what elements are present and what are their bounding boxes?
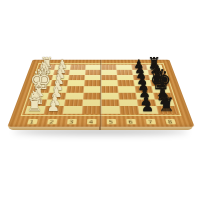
square — [118, 99, 137, 106]
board-3d-wrapper: 12345678 — [7, 60, 194, 127]
square — [101, 106, 120, 114]
square — [136, 99, 156, 106]
square — [24, 106, 45, 114]
square — [137, 106, 157, 114]
rank-label: 4 — [86, 119, 95, 124]
chess-board-frame: 12345678 — [7, 60, 194, 127]
square — [64, 99, 83, 106]
rank-label: 7 — [145, 119, 155, 124]
square — [101, 99, 119, 106]
chess-set-photo: 12345678 ♜♟♟♜♞♟♟♞♝♟♟♝♛♟♟♛♚♟♟♚♝♟♟♝♞♟♟♞♜♟♟… — [0, 0, 201, 201]
square — [118, 93, 136, 100]
square — [156, 106, 177, 114]
rank-label: 2 — [46, 119, 56, 124]
rank-label: 5 — [106, 119, 115, 124]
square — [153, 93, 173, 100]
square — [29, 93, 49, 100]
square — [27, 99, 47, 106]
square — [135, 93, 154, 100]
square — [45, 99, 65, 106]
square — [62, 106, 82, 114]
square — [65, 93, 83, 100]
square — [154, 99, 174, 106]
rank-label: 6 — [125, 119, 135, 124]
square — [83, 93, 101, 100]
rank-label: 8 — [164, 119, 175, 124]
square — [43, 106, 63, 114]
rank-label: 1 — [26, 119, 37, 124]
square — [82, 99, 100, 106]
board-fold-hinge — [99, 60, 101, 127]
square — [119, 106, 139, 114]
square — [47, 93, 66, 100]
square — [101, 93, 119, 100]
rank-label: 3 — [66, 119, 76, 124]
square — [81, 106, 100, 114]
